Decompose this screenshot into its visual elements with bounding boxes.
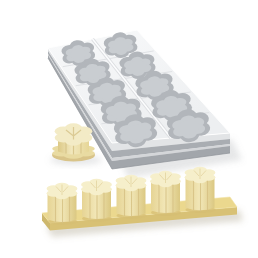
product-photo-stage (0, 0, 258, 258)
press-stamp (150, 171, 181, 216)
press-stamp (116, 175, 147, 219)
press-stamp (81, 179, 112, 222)
press-bar (42, 167, 243, 237)
press-stamp (185, 167, 216, 213)
press-stamp (47, 183, 78, 225)
scene-svg (0, 0, 258, 258)
